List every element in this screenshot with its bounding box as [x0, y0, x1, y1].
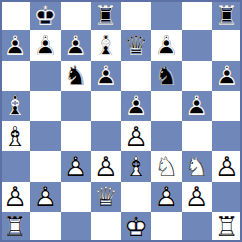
piece-outline-glyph: ♙	[0, 30, 30, 60]
piece-outline-glyph: ♕	[121, 30, 151, 60]
piece-black-rook: ♜♖	[212, 0, 242, 30]
piece-white-rook: ♜♖	[212, 212, 242, 242]
piece-white-pawn: ♟♙	[121, 121, 151, 151]
square-b4[interactable]	[30, 121, 60, 151]
piece-outline-glyph: ♗	[0, 91, 30, 121]
square-f7[interactable]: ♟♙	[151, 30, 181, 60]
square-c4[interactable]	[61, 121, 91, 151]
piece-outline-glyph: ♙	[91, 151, 121, 181]
square-f5[interactable]	[151, 91, 181, 121]
piece-white-pawn: ♟♙	[91, 151, 121, 181]
square-a3[interactable]	[0, 151, 30, 181]
piece-outline-glyph: ♔	[30, 0, 60, 30]
piece-outline-glyph: ♖	[91, 0, 121, 30]
square-d2[interactable]: ♛♕	[91, 182, 121, 212]
square-g7[interactable]	[182, 30, 212, 60]
square-e1[interactable]: ♚♔	[121, 212, 151, 242]
square-h2[interactable]	[212, 182, 242, 212]
piece-black-bishop: ♝♗	[0, 91, 30, 121]
square-e4[interactable]: ♟♙	[121, 121, 151, 151]
piece-black-pawn: ♟♙	[91, 61, 121, 91]
square-f4[interactable]	[151, 121, 181, 151]
square-d7[interactable]: ♝♗	[91, 30, 121, 60]
piece-outline-glyph: ♙	[182, 91, 212, 121]
square-e2[interactable]	[121, 182, 151, 212]
piece-black-bishop: ♝♗	[91, 30, 121, 60]
piece-outline-glyph: ♙	[212, 61, 242, 91]
piece-white-king: ♚♔	[121, 212, 151, 242]
square-b3[interactable]	[30, 151, 60, 181]
piece-white-pawn: ♟♙	[0, 182, 30, 212]
piece-black-king: ♚♔	[30, 0, 60, 30]
square-a4[interactable]: ♝♗	[0, 121, 30, 151]
square-e6[interactable]	[121, 61, 151, 91]
square-d3[interactable]: ♟♙	[91, 151, 121, 181]
square-g3[interactable]: ♞♘	[182, 151, 212, 181]
piece-white-pawn: ♟♙	[61, 151, 91, 181]
piece-outline-glyph: ♗	[121, 151, 151, 181]
square-a1[interactable]: ♜♖	[0, 212, 30, 242]
square-b1[interactable]	[30, 212, 60, 242]
square-e8[interactable]	[121, 0, 151, 30]
piece-white-pawn: ♟♙	[151, 182, 181, 212]
piece-outline-glyph: ♖	[212, 212, 242, 242]
piece-outline-glyph: ♗	[91, 30, 121, 60]
square-g1[interactable]	[182, 212, 212, 242]
piece-black-pawn: ♟♙	[121, 91, 151, 121]
piece-black-pawn: ♟♙	[182, 91, 212, 121]
square-h3[interactable]: ♟♙	[212, 151, 242, 181]
piece-outline-glyph: ♙	[121, 121, 151, 151]
square-h4[interactable]	[212, 121, 242, 151]
piece-outline-glyph: ♘	[61, 61, 91, 91]
piece-outline-glyph: ♙	[91, 61, 121, 91]
square-h5[interactable]	[212, 91, 242, 121]
square-g8[interactable]	[182, 0, 212, 30]
piece-white-knight: ♞♘	[182, 151, 212, 181]
square-h6[interactable]: ♟♙	[212, 61, 242, 91]
piece-white-bishop: ♝♗	[121, 151, 151, 181]
square-a8[interactable]	[0, 0, 30, 30]
square-d1[interactable]	[91, 212, 121, 242]
square-h1[interactable]: ♜♖	[212, 212, 242, 242]
piece-outline-glyph: ♙	[0, 182, 30, 212]
square-c3[interactable]: ♟♙	[61, 151, 91, 181]
piece-white-knight: ♞♘	[151, 151, 181, 181]
square-e7[interactable]: ♛♕	[121, 30, 151, 60]
square-c8[interactable]	[61, 0, 91, 30]
square-h8[interactable]: ♜♖	[212, 0, 242, 30]
piece-white-rook: ♜♖	[0, 212, 30, 242]
piece-outline-glyph: ♙	[30, 30, 60, 60]
piece-black-queen: ♛♕	[121, 30, 151, 60]
square-b6[interactable]	[30, 61, 60, 91]
square-c5[interactable]	[61, 91, 91, 121]
square-c7[interactable]: ♟♙	[61, 30, 91, 60]
piece-black-pawn: ♟♙	[61, 30, 91, 60]
piece-black-pawn: ♟♙	[212, 61, 242, 91]
piece-black-knight: ♞♘	[151, 61, 181, 91]
piece-outline-glyph: ♙	[61, 30, 91, 60]
piece-black-pawn: ♟♙	[0, 30, 30, 60]
square-c2[interactable]	[61, 182, 91, 212]
chess-board: ♚♔♜♖♜♖♟♙♟♙♟♙♝♗♛♕♟♙♞♘♟♙♞♘♟♙♝♗♟♙♟♙♝♗♟♙♟♙♟♙…	[0, 0, 242, 242]
piece-white-bishop: ♝♗	[0, 121, 30, 151]
square-a7[interactable]: ♟♙	[0, 30, 30, 60]
square-d4[interactable]	[91, 121, 121, 151]
square-f6[interactable]: ♞♘	[151, 61, 181, 91]
piece-outline-glyph: ♗	[0, 121, 30, 151]
piece-outline-glyph: ♙	[151, 30, 181, 60]
square-e5[interactable]: ♟♙	[121, 91, 151, 121]
piece-black-pawn: ♟♙	[151, 30, 181, 60]
piece-outline-glyph: ♘	[182, 151, 212, 181]
piece-white-queen: ♛♕	[91, 182, 121, 212]
piece-outline-glyph: ♙	[182, 182, 212, 212]
piece-outline-glyph: ♙	[61, 151, 91, 181]
piece-outline-glyph: ♙	[212, 151, 242, 181]
square-h7[interactable]	[212, 30, 242, 60]
square-d8[interactable]: ♜♖	[91, 0, 121, 30]
square-d6[interactable]: ♟♙	[91, 61, 121, 91]
piece-black-rook: ♜♖	[91, 0, 121, 30]
piece-outline-glyph: ♙	[30, 182, 60, 212]
square-b2[interactable]: ♟♙	[30, 182, 60, 212]
square-b5[interactable]	[30, 91, 60, 121]
square-b7[interactable]: ♟♙	[30, 30, 60, 60]
square-c1[interactable]	[61, 212, 91, 242]
square-f3[interactable]: ♞♘	[151, 151, 181, 181]
board-grid: ♚♔♜♖♜♖♟♙♟♙♟♙♝♗♛♕♟♙♞♘♟♙♞♘♟♙♝♗♟♙♟♙♝♗♟♙♟♙♟♙…	[0, 0, 242, 242]
piece-outline-glyph: ♙	[121, 91, 151, 121]
square-d5[interactable]	[91, 91, 121, 121]
piece-white-pawn: ♟♙	[212, 151, 242, 181]
piece-outline-glyph: ♘	[151, 151, 181, 181]
piece-white-pawn: ♟♙	[182, 182, 212, 212]
square-g5[interactable]: ♟♙	[182, 91, 212, 121]
piece-outline-glyph: ♙	[151, 182, 181, 212]
square-f1[interactable]	[151, 212, 181, 242]
square-g6[interactable]	[182, 61, 212, 91]
square-g4[interactable]	[182, 121, 212, 151]
square-a5[interactable]: ♝♗	[0, 91, 30, 121]
piece-black-knight: ♞♘	[61, 61, 91, 91]
piece-outline-glyph: ♖	[212, 0, 242, 30]
square-e3[interactable]: ♝♗	[121, 151, 151, 181]
square-g2[interactable]: ♟♙	[182, 182, 212, 212]
square-a6[interactable]	[0, 61, 30, 91]
square-f2[interactable]: ♟♙	[151, 182, 181, 212]
piece-black-pawn: ♟♙	[30, 30, 60, 60]
square-b8[interactable]: ♚♔	[30, 0, 60, 30]
square-f8[interactable]	[151, 0, 181, 30]
piece-white-pawn: ♟♙	[30, 182, 60, 212]
piece-outline-glyph: ♘	[151, 61, 181, 91]
piece-outline-glyph: ♕	[91, 182, 121, 212]
piece-outline-glyph: ♖	[0, 212, 30, 242]
square-a2[interactable]: ♟♙	[0, 182, 30, 212]
square-c6[interactable]: ♞♘	[61, 61, 91, 91]
piece-outline-glyph: ♔	[121, 212, 151, 242]
